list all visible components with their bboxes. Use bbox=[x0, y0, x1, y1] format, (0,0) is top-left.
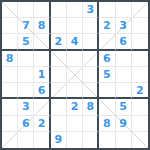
cell-r9c7-empty[interactable] bbox=[99, 132, 115, 148]
cell-r1c9-empty[interactable] bbox=[132, 2, 148, 18]
cell-r9c5-empty[interactable] bbox=[67, 132, 83, 148]
cell-r7c2-given[interactable]: 3 bbox=[18, 99, 34, 115]
cell-r9c4-given[interactable]: 9 bbox=[51, 132, 67, 148]
cell-r3c4-given[interactable]: 2 bbox=[51, 34, 67, 50]
cell-r5c9-empty[interactable] bbox=[132, 67, 148, 83]
cell-r8c4-empty[interactable] bbox=[51, 116, 67, 132]
cell-r3c6-empty[interactable] bbox=[83, 34, 99, 50]
cell-r4c8-empty[interactable] bbox=[116, 51, 132, 67]
cell-r2c3-given[interactable]: 8 bbox=[34, 18, 50, 34]
cell-r1c2-empty[interactable] bbox=[18, 2, 34, 18]
cell-r4c3-empty[interactable] bbox=[34, 51, 50, 67]
cell-r6c1-empty[interactable] bbox=[2, 83, 18, 99]
cell-r3c1-empty[interactable] bbox=[2, 34, 18, 50]
cell-r6c4-empty[interactable] bbox=[51, 83, 67, 99]
cell-r4c1-given[interactable]: 8 bbox=[2, 51, 18, 67]
sudoku-board: 378235246861562328562899 bbox=[0, 0, 150, 150]
cell-r1c8-empty[interactable] bbox=[116, 2, 132, 18]
cell-r4c5-empty[interactable] bbox=[67, 51, 83, 67]
cell-r7c1-empty[interactable] bbox=[2, 99, 18, 115]
cell-r7c6-given[interactable]: 8 bbox=[83, 99, 99, 115]
cell-r4c7-given[interactable]: 6 bbox=[99, 51, 115, 67]
cell-r3c9-empty[interactable] bbox=[132, 34, 148, 50]
cell-r1c1-empty[interactable] bbox=[2, 2, 18, 18]
cell-r3c5-given[interactable]: 4 bbox=[67, 34, 83, 50]
cell-r8c7-given[interactable]: 8 bbox=[99, 116, 115, 132]
cell-r9c6-empty[interactable] bbox=[83, 132, 99, 148]
cell-r2c5-empty[interactable] bbox=[67, 18, 83, 34]
cell-r7c7-empty[interactable] bbox=[99, 99, 115, 115]
cell-r4c9-empty[interactable] bbox=[132, 51, 148, 67]
cell-r4c2-empty[interactable] bbox=[18, 51, 34, 67]
cell-r8c3-given[interactable]: 2 bbox=[34, 116, 50, 132]
cell-r5c5-empty[interactable] bbox=[67, 67, 83, 83]
cell-r5c1-empty[interactable] bbox=[2, 67, 18, 83]
cell-r2c7-given[interactable]: 2 bbox=[99, 18, 115, 34]
cell-r7c3-empty[interactable] bbox=[34, 99, 50, 115]
cell-r4c6-empty[interactable] bbox=[83, 51, 99, 67]
cell-r6c9-given[interactable]: 2 bbox=[132, 83, 148, 99]
cell-r3c3-empty[interactable] bbox=[34, 34, 50, 50]
cell-r6c5-empty[interactable] bbox=[67, 83, 83, 99]
cell-r2c9-empty[interactable] bbox=[132, 18, 148, 34]
cell-r6c8-empty[interactable] bbox=[116, 83, 132, 99]
cell-r3c8-given[interactable]: 6 bbox=[116, 34, 132, 50]
cell-r5c7-given[interactable]: 5 bbox=[99, 67, 115, 83]
cell-r5c8-empty[interactable] bbox=[116, 67, 132, 83]
cell-r5c3-given[interactable]: 1 bbox=[34, 67, 50, 83]
cell-r8c6-empty[interactable] bbox=[83, 116, 99, 132]
cell-r6c2-empty[interactable] bbox=[18, 83, 34, 99]
cell-r1c6-given[interactable]: 3 bbox=[83, 2, 99, 18]
cell-r7c8-given[interactable]: 5 bbox=[116, 99, 132, 115]
cell-r9c3-empty[interactable] bbox=[34, 132, 50, 148]
sudoku-grid: 378235246861562328562899 bbox=[2, 2, 148, 148]
cell-r6c3-given[interactable]: 6 bbox=[34, 83, 50, 99]
cell-r2c4-empty[interactable] bbox=[51, 18, 67, 34]
cell-r7c9-empty[interactable] bbox=[132, 99, 148, 115]
cell-r5c4-empty[interactable] bbox=[51, 67, 67, 83]
cell-r1c7-empty[interactable] bbox=[99, 2, 115, 18]
cell-r8c8-given[interactable]: 9 bbox=[116, 116, 132, 132]
cell-r7c4-empty[interactable] bbox=[51, 99, 67, 115]
cell-r6c6-empty[interactable] bbox=[83, 83, 99, 99]
cell-r5c2-empty[interactable] bbox=[18, 67, 34, 83]
cell-r8c5-empty[interactable] bbox=[67, 116, 83, 132]
cell-r4c4-empty[interactable] bbox=[51, 51, 67, 67]
cell-r9c8-empty[interactable] bbox=[116, 132, 132, 148]
cell-r2c6-empty[interactable] bbox=[83, 18, 99, 34]
cell-r2c1-empty[interactable] bbox=[2, 18, 18, 34]
cell-r1c5-empty[interactable] bbox=[67, 2, 83, 18]
cell-r1c4-empty[interactable] bbox=[51, 2, 67, 18]
cell-r6c7-empty[interactable] bbox=[99, 83, 115, 99]
cell-r1c3-empty[interactable] bbox=[34, 2, 50, 18]
cell-r7c5-given[interactable]: 2 bbox=[67, 99, 83, 115]
cell-r9c9-empty[interactable] bbox=[132, 132, 148, 148]
cell-r9c1-empty[interactable] bbox=[2, 132, 18, 148]
cell-r8c9-empty[interactable] bbox=[132, 116, 148, 132]
cell-r5c6-empty[interactable] bbox=[83, 67, 99, 83]
cell-r2c2-given[interactable]: 7 bbox=[18, 18, 34, 34]
cell-r8c1-empty[interactable] bbox=[2, 116, 18, 132]
cell-r9c2-empty[interactable] bbox=[18, 132, 34, 148]
cell-r8c2-given[interactable]: 6 bbox=[18, 116, 34, 132]
cell-r2c8-given[interactable]: 3 bbox=[116, 18, 132, 34]
cell-r3c7-empty[interactable] bbox=[99, 34, 115, 50]
cell-r3c2-given[interactable]: 5 bbox=[18, 34, 34, 50]
